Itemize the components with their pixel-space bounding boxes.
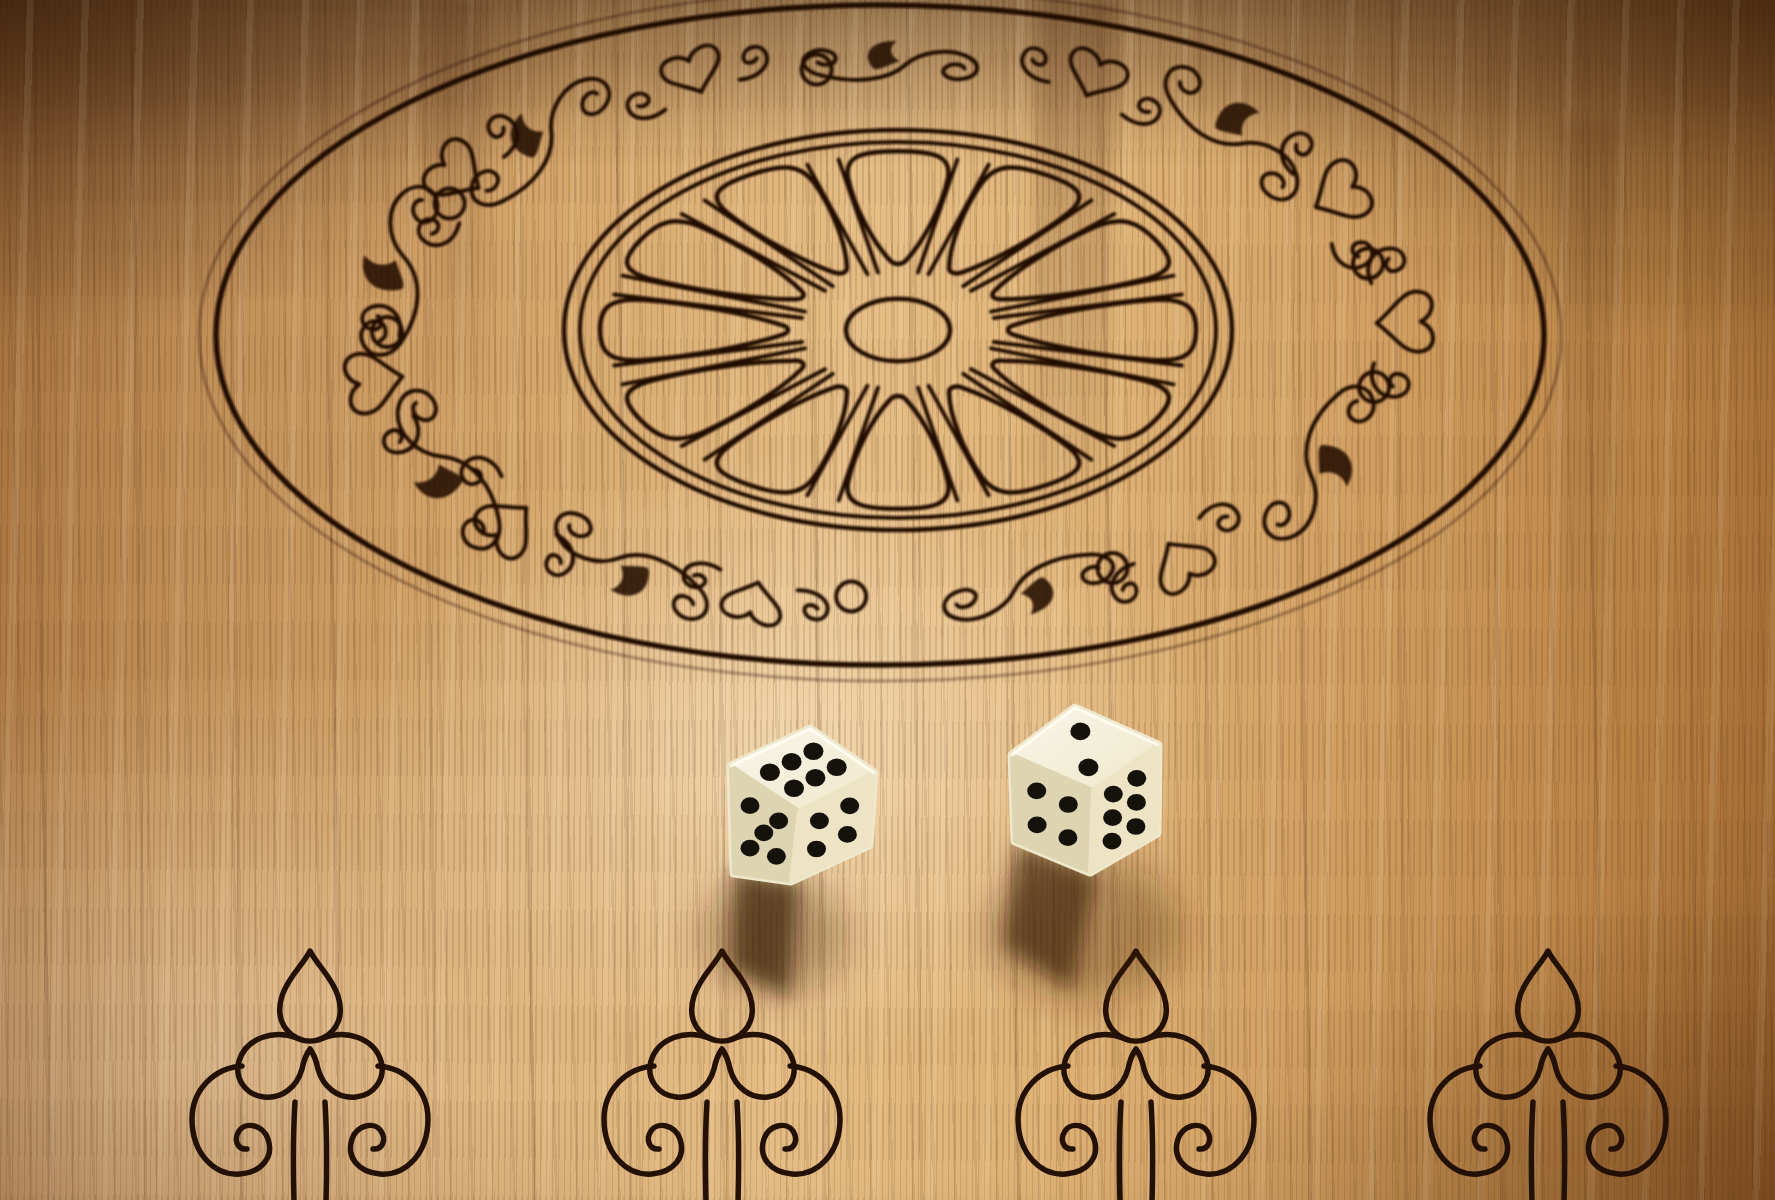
die-pip (807, 841, 826, 858)
band-scroll-motif (1153, 47, 1317, 211)
right-die[interactable] (1012, 708, 1158, 872)
band-scroll-motif (1017, 26, 1172, 130)
die-pip (782, 753, 802, 771)
backgammon-board-photo (0, 0, 1775, 1200)
die-pip (1103, 833, 1122, 850)
band-scroll-motif (617, 25, 772, 124)
die-pip (1070, 723, 1090, 741)
rosette-petal (600, 300, 788, 361)
rosette-spoke (682, 369, 825, 446)
die-pip (805, 769, 825, 787)
die-pip (827, 758, 847, 776)
rosette-petal (1008, 300, 1196, 361)
rosette-petal (847, 151, 948, 264)
die-pip (803, 743, 823, 761)
band-circle (836, 581, 866, 611)
rosette-spoke (971, 369, 1114, 446)
die-pip (1127, 770, 1146, 787)
outer-ring (216, 5, 1544, 665)
band-scroll-motif (1368, 247, 1435, 397)
die-pip (1126, 818, 1145, 835)
band-scroll-motif (940, 546, 1120, 636)
scroll-band (335, 25, 1435, 639)
rosette-spoke (705, 374, 833, 460)
rosette-spoke (682, 214, 825, 291)
point-palmette-4 (1430, 951, 1666, 1200)
band-scroll-motif (439, 450, 581, 596)
die-pip (1058, 829, 1077, 846)
die-pip (1104, 786, 1123, 803)
rosette-spoke (705, 200, 833, 286)
die-pip (1059, 796, 1078, 813)
die-pip (1078, 759, 1098, 777)
rosette-petal (847, 396, 948, 509)
die-pip (754, 824, 773, 841)
die-pip (1027, 783, 1046, 800)
board-engraving (0, 0, 1775, 1200)
band-scroll-motif (394, 97, 525, 252)
inner-ring-inner (580, 142, 1216, 518)
die-pip (760, 763, 780, 781)
band-scroll-motif (339, 177, 449, 362)
die-pip (1028, 817, 1047, 834)
point-ornaments (192, 951, 1666, 1200)
band-scroll-motif (676, 559, 831, 640)
die-pip (741, 840, 760, 857)
die-pip (741, 797, 760, 814)
die-pip (1127, 794, 1146, 811)
die-pip (810, 812, 829, 829)
rosette-spoke (971, 214, 1114, 291)
die-pip (769, 813, 788, 830)
left-die[interactable] (731, 729, 874, 881)
rosette-wheel (600, 151, 1196, 509)
inner-ring-outer (564, 130, 1232, 530)
point-palmette-1 (192, 951, 428, 1200)
rosette-spoke (963, 374, 1091, 460)
rosette-spoke (963, 200, 1091, 286)
die-pip (784, 780, 804, 798)
rosette-medallion (199, 0, 1561, 681)
die-pip (767, 848, 786, 865)
band-scroll-motif (453, 59, 620, 218)
die-pip (838, 826, 857, 843)
die-pip (840, 797, 859, 814)
die-pip (1103, 809, 1122, 826)
rosette-hub (846, 299, 950, 361)
